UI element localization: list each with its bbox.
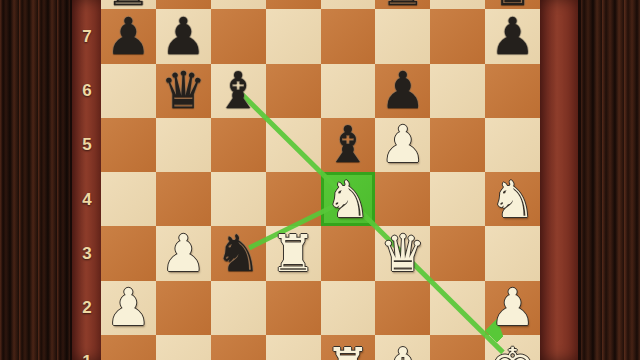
square-h3[interactable] — [485, 226, 540, 280]
piece-white-rook-d3[interactable]: ♜ — [266, 226, 321, 280]
square-c2[interactable] — [211, 281, 266, 335]
rank-label-3: 3 — [76, 245, 98, 262]
square-a6[interactable] — [101, 64, 156, 118]
piece-white-knight-h4[interactable]: ♞ — [485, 172, 540, 226]
square-f4[interactable] — [375, 172, 430, 226]
piece-white-rook-e1[interactable]: ♜ — [321, 340, 376, 360]
square-e6[interactable] — [321, 64, 376, 118]
square-h6[interactable] — [485, 64, 540, 118]
piece-black-pawn-b7[interactable]: ♟ — [156, 9, 211, 63]
square-d5[interactable] — [266, 118, 321, 172]
piece-white-queen-f3[interactable]: ♛ — [375, 226, 430, 280]
square-b1[interactable] — [156, 335, 211, 360]
square-e8[interactable] — [321, 0, 376, 9]
square-e2[interactable] — [321, 281, 376, 335]
piece-black-queen-b6[interactable]: ♛ — [156, 64, 211, 118]
piece-black-rook-f8[interactable]: ♜ — [375, 0, 430, 14]
piece-white-bishop-f1[interactable]: ♝ — [375, 340, 430, 360]
square-g6[interactable] — [430, 64, 485, 118]
square-d1[interactable] — [266, 335, 321, 360]
square-d4[interactable] — [266, 172, 321, 226]
square-d7[interactable] — [266, 9, 321, 63]
piece-white-pawn-a2[interactable]: ♟ — [101, 281, 156, 335]
wood-background-right — [580, 0, 640, 360]
square-e7[interactable] — [321, 9, 376, 63]
square-g8[interactable] — [430, 0, 485, 9]
rank-label-7: 7 — [76, 28, 98, 45]
board-frame-right — [540, 0, 581, 360]
rank-label-2: 2 — [76, 299, 98, 316]
square-a4[interactable] — [101, 172, 156, 226]
square-g7[interactable] — [430, 9, 485, 63]
square-c1[interactable] — [211, 335, 266, 360]
piece-black-knight-c3[interactable]: ♞ — [211, 226, 266, 280]
square-g2[interactable] — [430, 281, 485, 335]
square-b5[interactable] — [156, 118, 211, 172]
square-b2[interactable] — [156, 281, 211, 335]
piece-black-bishop-c6[interactable]: ♝ — [211, 64, 266, 118]
piece-white-pawn-f5[interactable]: ♟ — [375, 118, 430, 172]
rank-label-5: 5 — [76, 136, 98, 153]
square-d6[interactable] — [266, 64, 321, 118]
square-c7[interactable] — [211, 9, 266, 63]
rank-label-4: 4 — [76, 191, 98, 208]
chess-video-frame: ♜♜♚♟♟♟♛♝♟♝♟♞♞♟♞♜♛♟♟♜♝♚ 7654321 — [0, 0, 640, 360]
square-f7[interactable] — [375, 9, 430, 63]
square-c5[interactable] — [211, 118, 266, 172]
square-h5[interactable] — [485, 118, 540, 172]
square-a5[interactable] — [101, 118, 156, 172]
piece-black-pawn-f6[interactable]: ♟ — [375, 64, 430, 118]
wood-background-left — [0, 0, 70, 360]
piece-white-knight-e4[interactable]: ♞ — [321, 172, 376, 226]
piece-black-bishop-e5[interactable]: ♝ — [321, 118, 376, 172]
square-g5[interactable] — [430, 118, 485, 172]
square-g3[interactable] — [430, 226, 485, 280]
piece-white-pawn-h2[interactable]: ♟ — [485, 281, 540, 335]
piece-black-pawn-h7[interactable]: ♟ — [485, 9, 540, 63]
square-a3[interactable] — [101, 226, 156, 280]
rank-label-6: 6 — [76, 82, 98, 99]
square-c4[interactable] — [211, 172, 266, 226]
square-a1[interactable] — [101, 335, 156, 360]
square-g1[interactable] — [430, 335, 485, 360]
chess-board[interactable]: ♜♜♚♟♟♟♛♝♟♝♟♞♞♟♞♜♛♟♟♜♝♚ — [101, 0, 540, 360]
square-e3[interactable] — [321, 226, 376, 280]
square-d8[interactable] — [266, 0, 321, 9]
square-b4[interactable] — [156, 172, 211, 226]
piece-white-pawn-b3[interactable]: ♟ — [156, 226, 211, 280]
piece-black-pawn-a7[interactable]: ♟ — [101, 9, 156, 63]
square-g4[interactable] — [430, 172, 485, 226]
square-f2[interactable] — [375, 281, 430, 335]
square-c8[interactable] — [211, 0, 266, 9]
rank-label-1: 1 — [76, 353, 98, 360]
piece-white-king-h1[interactable]: ♚ — [485, 340, 540, 360]
square-d2[interactable] — [266, 281, 321, 335]
